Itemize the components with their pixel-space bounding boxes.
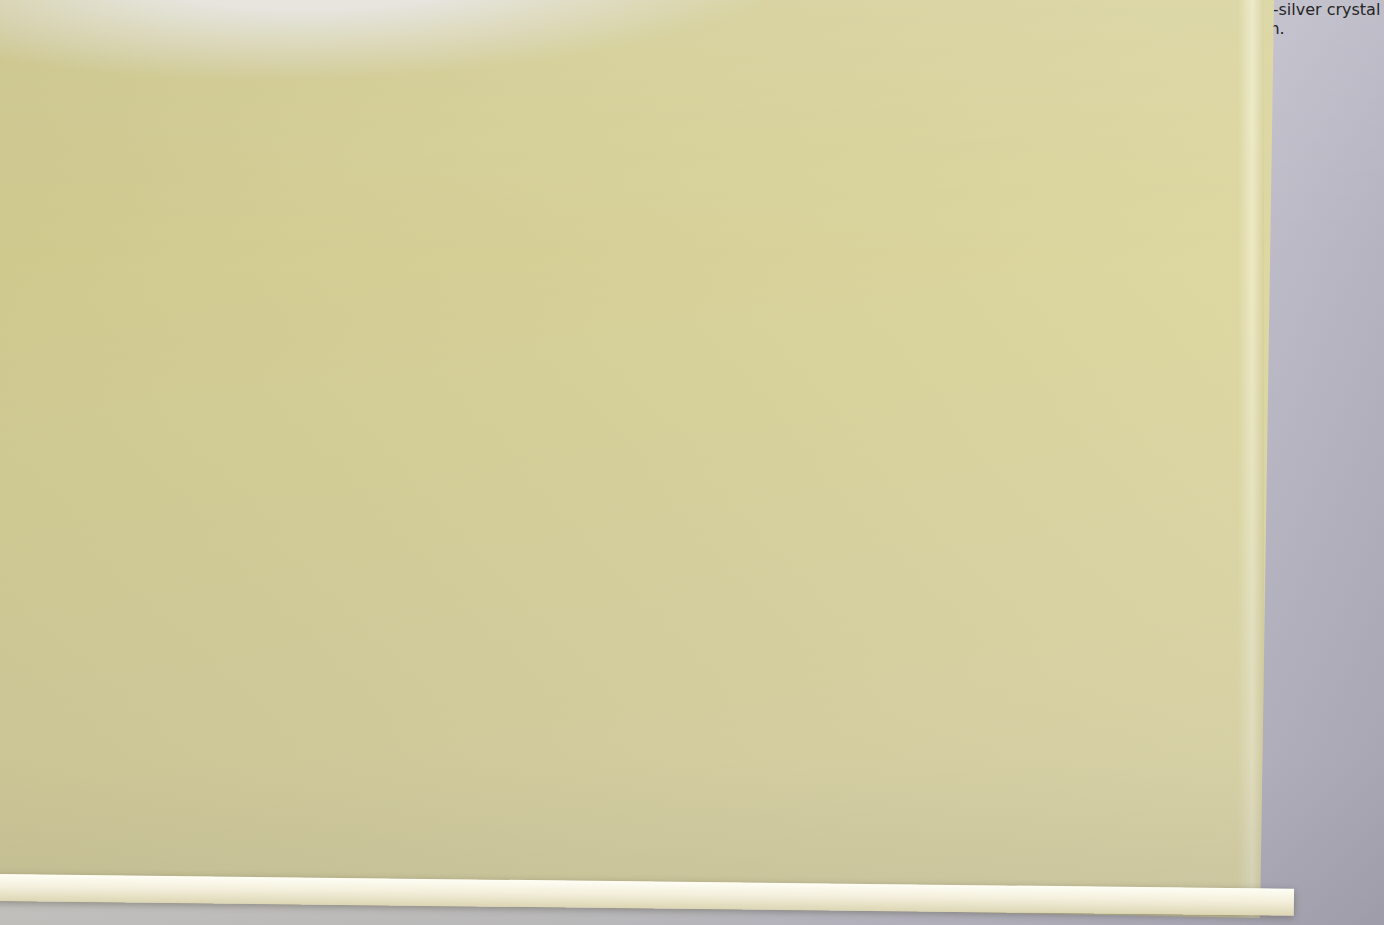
jewel-stone-k <box>0 664 12 682</box>
jewel-stone-s <box>0 406 18 424</box>
jewel-stone-k <box>0 244 14 303</box>
jewel-stone-s <box>0 388 18 406</box>
jewel-stone-db <box>0 142 16 158</box>
bindi-container-row1-col3 <box>0 510 264 768</box>
jewel-stone-db <box>0 70 18 88</box>
jewel-stone-s <box>0 707 14 721</box>
jewel-stone-s <box>0 352 18 370</box>
jewel-stone-s <box>0 442 18 460</box>
jewel-stone-db <box>0 106 18 124</box>
bindi-container-row1-col1 <box>0 0 250 244</box>
jewel-stone-k <box>0 521 26 547</box>
jewel-stone-k <box>0 829 9 844</box>
jewel-stone-s <box>0 176 16 192</box>
jewel-stone-k <box>0 766 59 797</box>
jewel-stone-k <box>0 582 12 601</box>
photo-scene: Overhead close-up photograph of a pale-y… <box>0 0 1384 925</box>
jewel-stone-k <box>0 813 12 830</box>
jewel-stone-db <box>0 88 18 106</box>
tray-right-edge-highlight <box>1238 0 1264 920</box>
jewel-stone-k <box>0 564 12 583</box>
jewel-stone-s <box>0 424 18 442</box>
jewel-stone-b <box>0 721 22 743</box>
jewel-stone-s <box>0 192 16 208</box>
jewel-stone-s <box>0 460 18 478</box>
storage-tray <box>0 0 1384 925</box>
jewel-stone-s <box>0 370 18 388</box>
jewel-stone-k <box>0 301 12 328</box>
bindi-container-row1-col2 <box>0 244 268 510</box>
jewel-stone-k <box>0 793 12 814</box>
jewel-stone-s <box>0 695 12 707</box>
jewel-stone-f <box>0 208 30 238</box>
jewel-stone-db <box>0 124 18 142</box>
jewel-stone-db <box>0 158 18 176</box>
jewel-stone-k <box>0 844 28 866</box>
jewel-stone-k <box>0 328 32 352</box>
jewel-stone-k <box>0 546 12 565</box>
jewel-stone-s <box>0 681 14 695</box>
jewel-stone-db <box>0 743 16 759</box>
